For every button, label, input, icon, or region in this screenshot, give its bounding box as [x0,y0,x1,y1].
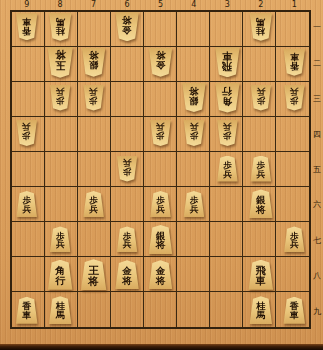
sente-gold-68[interactable]: 金将 [115,260,139,289]
file-label-5: 5 [144,0,177,10]
rank-label-7: 七 [311,223,323,258]
piece-kanji: 銀将 [156,231,166,250]
file-coordinate-labels: 987654321 [10,0,311,10]
square-8-6[interactable] [45,187,78,222]
file-label-7: 7 [77,0,110,10]
piece-kanji: 歩兵 [190,196,199,213]
file-label-8: 8 [43,0,76,10]
rank-label-1: 一 [311,10,323,45]
sente-pawn-76[interactable]: 歩兵 [83,191,104,217]
piece-kanji: 銀将 [89,51,99,70]
sente-king-78[interactable]: 王将 [81,259,107,290]
piece-kanji: 歩兵 [290,232,299,249]
piece-kanji: 歩兵 [89,88,98,105]
board-front-edge [0,344,323,350]
piece-kanji: 桂馬 [256,302,265,320]
piece-kanji: 金将 [156,51,166,70]
square-9-5[interactable] [12,152,45,187]
piece-kanji: 飛車 [256,266,266,286]
shogi-board: 987654321 一二三四五六七八九 香車桂馬金将桂馬玉将銀将金将飛車香車歩兵… [0,0,323,350]
square-9-8[interactable] [12,257,45,292]
gote-gold-52[interactable]: 金将 [149,48,173,77]
square-7-9[interactable] [78,292,111,327]
square-5-5[interactable] [144,152,177,187]
gote-pawn-13[interactable]: 歩兵 [284,85,305,111]
rank-label-8: 八 [311,258,323,293]
piece-kanji: 歩兵 [22,123,31,140]
piece-kanji: 歩兵 [89,196,98,213]
piece-kanji: 歩兵 [123,232,132,249]
file-label-3: 3 [211,0,244,10]
square-1-1[interactable] [276,12,309,47]
square-7-4[interactable] [78,117,111,152]
sente-pawn-35[interactable]: 歩兵 [217,156,238,182]
sente-bishop-88[interactable]: 角行 [48,260,73,290]
sente-knight-89[interactable]: 桂馬 [49,296,72,324]
piece-kanji: 歩兵 [290,88,299,105]
piece-kanji: 香車 [22,302,31,320]
gote-pawn-23[interactable]: 歩兵 [250,85,271,111]
piece-kanji: 歩兵 [223,123,232,140]
sente-gold-58[interactable]: 金将 [149,260,173,289]
piece-kanji: 王将 [88,265,99,286]
square-4-1[interactable] [177,12,210,47]
piece-kanji: 香車 [290,52,299,70]
piece-kanji: 飛車 [222,51,232,71]
square-5-1[interactable] [144,12,177,47]
square-4-8[interactable] [177,257,210,292]
piece-kanji: 金将 [122,266,132,285]
file-label-1: 1 [278,0,311,10]
piece-kanji: 香車 [290,302,299,320]
file-label-4: 4 [177,0,210,10]
sente-pawn-87[interactable]: 歩兵 [50,226,71,252]
piece-kanji: 角行 [222,86,232,106]
rank-label-5: 五 [311,152,323,187]
square-3-1[interactable] [210,12,243,47]
sente-lance-99[interactable]: 香車 [16,297,38,324]
square-7-5[interactable] [78,152,111,187]
piece-kanji: 歩兵 [223,161,232,178]
sente-pawn-46[interactable]: 歩兵 [183,191,204,217]
sente-lance-19[interactable]: 香車 [283,297,305,324]
file-label-9: 9 [10,0,43,10]
file-label-6: 6 [110,0,143,10]
piece-kanji: 玉将 [55,50,66,71]
gote-bishop-33[interactable]: 角行 [215,83,240,113]
piece-kanji: 銀将 [189,87,199,106]
gote-pawn-94[interactable]: 歩兵 [16,120,37,146]
square-2-7[interactable] [243,222,276,257]
square-4-5[interactable] [177,152,210,187]
piece-kanji: 歩兵 [257,161,266,178]
piece-kanji: 歩兵 [156,123,165,140]
piece-kanji: 歩兵 [22,196,31,213]
square-3-8[interactable] [210,257,243,292]
gote-lance-12[interactable]: 香車 [283,49,305,76]
gote-knight-21[interactable]: 桂馬 [249,13,272,41]
square-7-1[interactable] [78,12,111,47]
piece-kanji: 桂馬 [56,17,65,35]
square-1-5[interactable] [276,152,309,187]
square-9-7[interactable] [12,222,45,257]
gote-gold-61[interactable]: 金将 [115,12,139,41]
square-5-9[interactable] [144,292,177,327]
rank-label-2: 二 [311,45,323,80]
piece-kanji: 歩兵 [190,123,199,140]
gote-pawn-54[interactable]: 歩兵 [150,120,171,146]
rank-label-6: 六 [311,187,323,222]
square-3-9[interactable] [210,292,243,327]
rank-label-4: 四 [311,116,323,151]
sente-pawn-96[interactable]: 歩兵 [16,191,37,217]
square-8-5[interactable] [45,152,78,187]
piece-kanji: 歩兵 [156,196,165,213]
piece-kanji: 歩兵 [56,232,65,249]
square-3-7[interactable] [210,222,243,257]
gote-pawn-83[interactable]: 歩兵 [50,85,71,111]
piece-kanji: 桂馬 [56,302,65,320]
gote-pawn-65[interactable]: 歩兵 [117,156,138,182]
piece-kanji: 歩兵 [123,159,132,176]
file-label-2: 2 [244,0,277,10]
rank-coordinate-labels: 一二三四五六七八九 [311,10,323,329]
sente-pawn-56[interactable]: 歩兵 [150,191,171,217]
square-6-2[interactable] [111,47,144,82]
piece-kanji: 金将 [122,16,132,35]
square-6-3[interactable] [111,82,144,117]
square-4-7[interactable] [177,222,210,257]
square-8-4[interactable] [45,117,78,152]
sente-pawn-17[interactable]: 歩兵 [284,226,305,252]
gote-rook-32[interactable]: 飛車 [215,47,240,77]
rank-label-9: 九 [311,294,323,329]
sente-rook-28[interactable]: 飛車 [248,260,273,290]
square-9-3[interactable] [12,82,45,117]
piece-kanji: 銀将 [256,195,266,214]
sente-knight-29[interactable]: 桂馬 [249,296,272,324]
piece-kanji: 歩兵 [257,88,266,105]
square-4-2[interactable] [177,47,210,82]
square-4-9[interactable] [177,292,210,327]
sente-silver-26[interactable]: 銀将 [249,189,273,218]
gote-silver-43[interactable]: 銀将 [182,83,206,112]
square-6-4[interactable] [111,117,144,152]
piece-kanji: 金将 [156,266,166,285]
sente-silver-57[interactable]: 銀将 [149,225,173,254]
gote-king-82[interactable]: 玉将 [47,47,73,78]
square-3-6[interactable] [210,187,243,222]
square-2-4[interactable] [243,117,276,152]
square-1-6[interactable] [276,187,309,222]
piece-kanji: 角行 [55,266,65,286]
sente-pawn-67[interactable]: 歩兵 [117,226,138,252]
square-6-6[interactable] [111,187,144,222]
square-1-8[interactable] [276,257,309,292]
gote-pawn-44[interactable]: 歩兵 [183,120,204,146]
gote-pawn-73[interactable]: 歩兵 [83,85,104,111]
gote-lance-91[interactable]: 香車 [16,13,38,40]
square-1-4[interactable] [276,117,309,152]
gote-knight-81[interactable]: 桂馬 [49,13,72,41]
square-7-7[interactable] [78,222,111,257]
sente-pawn-25[interactable]: 歩兵 [250,156,271,182]
piece-kanji: 歩兵 [56,88,65,105]
square-6-9[interactable] [111,292,144,327]
piece-kanji: 香車 [22,17,31,35]
square-9-2[interactable] [12,47,45,82]
rank-label-3: 三 [311,81,323,116]
square-2-2[interactable] [243,47,276,82]
gote-silver-72[interactable]: 銀将 [82,48,106,77]
square-5-3[interactable] [144,82,177,117]
piece-kanji: 桂馬 [256,17,265,35]
gote-pawn-34[interactable]: 歩兵 [217,120,238,146]
